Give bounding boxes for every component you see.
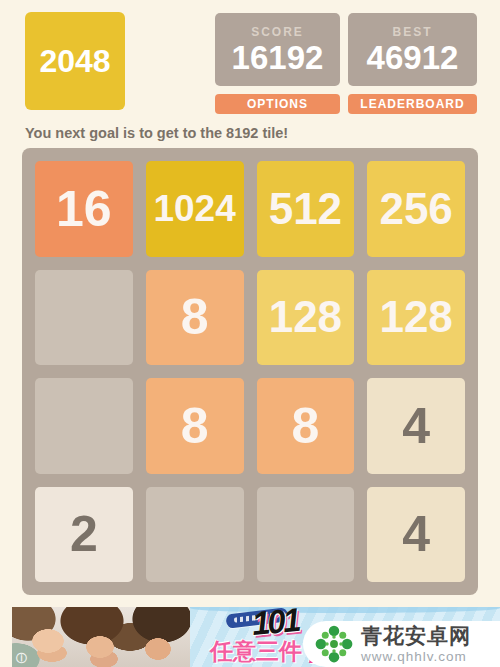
tile-256: 256 [367, 161, 465, 257]
options-button[interactable]: OPTIONS [215, 94, 340, 114]
best-box: BEST 46912 [348, 13, 477, 86]
tile-16: 16 [35, 161, 133, 257]
empty-cell [35, 270, 133, 366]
empty-cell [146, 487, 244, 583]
goal-text: You next goal is to get to the 8192 tile… [25, 125, 288, 141]
score-box: SCORE 16192 [215, 13, 340, 86]
best-label: BEST [392, 25, 432, 39]
empty-cell [35, 378, 133, 474]
leaderboard-button[interactable]: LEADERBOARD [348, 94, 477, 114]
splash-decoration [190, 607, 500, 613]
ad-banner[interactable]: ⓘ 101 任意三件 10 [12, 607, 500, 667]
board[interactable]: 161024512256812812888424 [22, 148, 478, 595]
tile-8: 8 [146, 270, 244, 366]
tile-512: 512 [257, 161, 355, 257]
app-screen: 2048 SCORE 16192 BEST 46912 OPTIONS LEAD… [0, 0, 500, 667]
tile-2: 2 [35, 487, 133, 583]
site-url: www.qhhlv.com [361, 649, 471, 664]
tile-1024: 1024 [146, 161, 244, 257]
tile-8: 8 [146, 378, 244, 474]
score-value: 16192 [232, 41, 324, 74]
app-logo: 2048 [25, 12, 125, 110]
tile-4: 4 [367, 378, 465, 474]
empty-cell [257, 487, 355, 583]
site-flower-logo-icon [313, 623, 355, 665]
site-name: 青花安卓网 [361, 624, 471, 647]
tile-4: 4 [367, 487, 465, 583]
tile-128: 128 [367, 270, 465, 366]
info-icon[interactable]: ⓘ [16, 653, 27, 664]
best-value: 46912 [367, 41, 459, 74]
watermark-panel: 青花安卓网 www.qhhlv.com [303, 621, 500, 667]
score-label: SCORE [251, 25, 304, 39]
site-text: 青花安卓网 www.qhhlv.com [361, 624, 471, 663]
tile-128: 128 [257, 270, 355, 366]
tile-8: 8 [257, 378, 355, 474]
promo-phrase: 任意三件 [210, 638, 302, 664]
ad-photo: ⓘ [12, 607, 190, 667]
